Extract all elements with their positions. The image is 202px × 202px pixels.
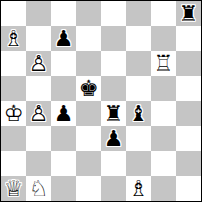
square-a2[interactable]: [1, 151, 26, 176]
black-rook[interactable]: ♜: [176, 1, 201, 26]
piece-solid-layer: ♟: [51, 101, 76, 126]
square-a6[interactable]: [1, 51, 26, 76]
square-c3[interactable]: [51, 126, 76, 151]
square-a5[interactable]: [1, 76, 26, 101]
black-pawn[interactable]: ♟: [51, 101, 76, 126]
square-d6[interactable]: [76, 51, 101, 76]
square-g2[interactable]: [151, 151, 176, 176]
square-g1[interactable]: [151, 176, 176, 201]
square-e7[interactable]: [101, 26, 126, 51]
black-king[interactable]: ♚: [76, 76, 101, 101]
square-h2[interactable]: [176, 151, 201, 176]
square-f5[interactable]: [126, 76, 151, 101]
square-g6[interactable]: ♜♖: [151, 51, 176, 76]
white-queen[interactable]: ♛♕: [1, 176, 26, 201]
black-bishop[interactable]: ♝: [126, 101, 151, 126]
square-d2[interactable]: [76, 151, 101, 176]
square-e6[interactable]: [101, 51, 126, 76]
square-g5[interactable]: [151, 76, 176, 101]
square-a4[interactable]: ♚♔: [1, 101, 26, 126]
square-d8[interactable]: [76, 1, 101, 26]
white-pawn[interactable]: ♟♙: [26, 51, 51, 76]
chess-board: ♜♝♗♟♟♙♜♖♚♚♔♟♙♟♜♝♟♛♕♞♘♝♗: [0, 0, 202, 202]
square-d3[interactable]: [76, 126, 101, 151]
piece-solid-layer: ♜: [101, 101, 126, 126]
piece-solid-layer: ♟: [51, 26, 76, 51]
piece-outline-layer: ♕: [1, 176, 26, 201]
black-pawn[interactable]: ♟: [51, 26, 76, 51]
square-d5[interactable]: ♚: [76, 76, 101, 101]
square-d7[interactable]: [76, 26, 101, 51]
square-c6[interactable]: [51, 51, 76, 76]
square-b3[interactable]: [26, 126, 51, 151]
piece-solid-layer: ♟: [101, 126, 126, 151]
piece-solid-layer: ♝: [126, 101, 151, 126]
piece-outline-layer: ♘: [26, 176, 51, 201]
piece-outline-layer: ♗: [126, 176, 151, 201]
white-rook[interactable]: ♜♖: [151, 51, 176, 76]
square-f2[interactable]: [126, 151, 151, 176]
square-f6[interactable]: [126, 51, 151, 76]
white-king[interactable]: ♚♔: [1, 101, 26, 126]
square-f4[interactable]: ♝: [126, 101, 151, 126]
white-bishop[interactable]: ♝♗: [1, 26, 26, 51]
square-g3[interactable]: [151, 126, 176, 151]
piece-outline-layer: ♙: [26, 51, 51, 76]
white-bishop[interactable]: ♝♗: [126, 176, 151, 201]
square-b4[interactable]: ♟♙: [26, 101, 51, 126]
square-e4[interactable]: ♜: [101, 101, 126, 126]
piece-outline-layer: ♗: [1, 26, 26, 51]
square-e1[interactable]: [101, 176, 126, 201]
piece-outline-layer: ♖: [151, 51, 176, 76]
square-f7[interactable]: [126, 26, 151, 51]
square-c2[interactable]: [51, 151, 76, 176]
square-h5[interactable]: [176, 76, 201, 101]
square-b6[interactable]: ♟♙: [26, 51, 51, 76]
square-b8[interactable]: [26, 1, 51, 26]
square-a8[interactable]: [1, 1, 26, 26]
square-c5[interactable]: [51, 76, 76, 101]
piece-solid-layer: ♜: [176, 1, 201, 26]
square-g4[interactable]: [151, 101, 176, 126]
square-c1[interactable]: [51, 176, 76, 201]
piece-outline-layer: ♔: [1, 101, 26, 126]
white-knight[interactable]: ♞♘: [26, 176, 51, 201]
square-h7[interactable]: [176, 26, 201, 51]
square-d4[interactable]: [76, 101, 101, 126]
square-d1[interactable]: [76, 176, 101, 201]
square-a1[interactable]: ♛♕: [1, 176, 26, 201]
square-a7[interactable]: ♝♗: [1, 26, 26, 51]
square-e3[interactable]: ♟: [101, 126, 126, 151]
square-e8[interactable]: [101, 1, 126, 26]
square-a3[interactable]: [1, 126, 26, 151]
square-e2[interactable]: [101, 151, 126, 176]
square-f1[interactable]: ♝♗: [126, 176, 151, 201]
square-b7[interactable]: [26, 26, 51, 51]
square-h1[interactable]: [176, 176, 201, 201]
square-b2[interactable]: [26, 151, 51, 176]
square-c8[interactable]: [51, 1, 76, 26]
square-e5[interactable]: [101, 76, 126, 101]
square-g7[interactable]: [151, 26, 176, 51]
white-pawn[interactable]: ♟♙: [26, 101, 51, 126]
square-c4[interactable]: ♟: [51, 101, 76, 126]
square-h3[interactable]: [176, 126, 201, 151]
piece-solid-layer: ♚: [76, 76, 101, 101]
square-b1[interactable]: ♞♘: [26, 176, 51, 201]
square-b5[interactable]: [26, 76, 51, 101]
square-h8[interactable]: ♜: [176, 1, 201, 26]
square-h4[interactable]: [176, 101, 201, 126]
square-g8[interactable]: [151, 1, 176, 26]
square-c7[interactable]: ♟: [51, 26, 76, 51]
square-f3[interactable]: [126, 126, 151, 151]
black-rook[interactable]: ♜: [101, 101, 126, 126]
square-h6[interactable]: [176, 51, 201, 76]
black-pawn[interactable]: ♟: [101, 126, 126, 151]
piece-outline-layer: ♙: [26, 101, 51, 126]
square-f8[interactable]: [126, 1, 151, 26]
